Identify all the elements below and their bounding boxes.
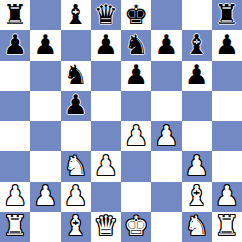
square-a2[interactable]: ♟ [0, 182, 30, 212]
square-a6[interactable] [0, 61, 30, 91]
square-f8[interactable] [151, 0, 181, 30]
piece-black-pawn: ♟ [3, 31, 27, 58]
square-h7[interactable]: ♟ [212, 30, 242, 60]
piece-white-pawn: ♟ [215, 182, 239, 209]
square-d7[interactable]: ♟ [91, 30, 121, 60]
piece-white-king: ♚ [124, 212, 148, 239]
square-h5[interactable] [212, 91, 242, 121]
square-f7[interactable]: ♟ [151, 30, 181, 60]
piece-white-rook: ♜ [3, 212, 27, 239]
square-f2[interactable] [151, 182, 181, 212]
piece-white-pawn: ♟ [185, 152, 209, 179]
piece-black-pawn: ♟ [64, 91, 88, 118]
square-c8[interactable]: ♝ [61, 0, 91, 30]
square-h2[interactable]: ♟ [212, 182, 242, 212]
square-c1[interactable]: ♝ [61, 212, 91, 242]
square-f1[interactable] [151, 212, 181, 242]
piece-black-bishop: ♝ [185, 31, 209, 58]
chess-board: ♜♝♛♚♜♟♟♟♞♟♝♟♞♟♟♟♟♟♞♟♟♟♟♟♝♟♜♝♛♚♞♜ [0, 0, 242, 242]
square-b4[interactable] [30, 121, 60, 151]
square-b3[interactable] [30, 151, 60, 181]
piece-black-queen: ♛ [94, 1, 118, 28]
square-a1[interactable]: ♜ [0, 212, 30, 242]
square-b1[interactable] [30, 212, 60, 242]
square-b6[interactable] [30, 61, 60, 91]
square-d2[interactable] [91, 182, 121, 212]
square-f3[interactable] [151, 151, 181, 181]
square-d3[interactable]: ♟ [91, 151, 121, 181]
square-g3[interactable]: ♟ [182, 151, 212, 181]
square-e3[interactable] [121, 151, 151, 181]
square-h1[interactable]: ♜ [212, 212, 242, 242]
piece-white-knight: ♞ [64, 152, 88, 179]
piece-white-pawn: ♟ [94, 152, 118, 179]
square-f5[interactable] [151, 91, 181, 121]
piece-white-pawn: ♟ [3, 182, 27, 209]
square-e5[interactable] [121, 91, 151, 121]
square-c5[interactable]: ♟ [61, 91, 91, 121]
square-c3[interactable]: ♞ [61, 151, 91, 181]
square-h3[interactable] [212, 151, 242, 181]
square-a3[interactable] [0, 151, 30, 181]
square-g2[interactable]: ♝ [182, 182, 212, 212]
piece-white-bishop: ♝ [185, 182, 209, 209]
piece-black-pawn: ♟ [154, 31, 178, 58]
piece-black-bishop: ♝ [64, 1, 88, 28]
piece-white-rook: ♜ [215, 212, 239, 239]
piece-white-pawn: ♟ [33, 182, 57, 209]
piece-black-rook: ♜ [3, 1, 27, 28]
piece-black-knight: ♞ [124, 31, 148, 58]
square-e7[interactable]: ♞ [121, 30, 151, 60]
square-a7[interactable]: ♟ [0, 30, 30, 60]
piece-black-pawn: ♟ [185, 61, 209, 88]
square-d6[interactable] [91, 61, 121, 91]
square-e4[interactable]: ♟ [121, 121, 151, 151]
piece-black-king: ♚ [124, 1, 148, 28]
square-g5[interactable] [182, 91, 212, 121]
square-c7[interactable] [61, 30, 91, 60]
piece-black-rook: ♜ [215, 1, 239, 28]
square-e6[interactable]: ♟ [121, 61, 151, 91]
square-h4[interactable] [212, 121, 242, 151]
square-e1[interactable]: ♚ [121, 212, 151, 242]
piece-black-pawn: ♟ [94, 31, 118, 58]
square-a8[interactable]: ♜ [0, 0, 30, 30]
square-b2[interactable]: ♟ [30, 182, 60, 212]
square-g4[interactable] [182, 121, 212, 151]
piece-black-pawn: ♟ [215, 31, 239, 58]
square-d5[interactable] [91, 91, 121, 121]
piece-white-knight: ♞ [185, 212, 209, 239]
square-a4[interactable] [0, 121, 30, 151]
piece-white-pawn: ♟ [64, 182, 88, 209]
square-d8[interactable]: ♛ [91, 0, 121, 30]
square-a5[interactable] [0, 91, 30, 121]
square-h6[interactable] [212, 61, 242, 91]
square-g8[interactable] [182, 0, 212, 30]
piece-white-pawn: ♟ [154, 122, 178, 149]
square-f4[interactable]: ♟ [151, 121, 181, 151]
square-d4[interactable] [91, 121, 121, 151]
square-c2[interactable]: ♟ [61, 182, 91, 212]
square-g7[interactable]: ♝ [182, 30, 212, 60]
piece-white-queen: ♛ [94, 212, 118, 239]
piece-black-knight: ♞ [64, 61, 88, 88]
piece-white-bishop: ♝ [64, 212, 88, 239]
square-e8[interactable]: ♚ [121, 0, 151, 30]
square-d1[interactable]: ♛ [91, 212, 121, 242]
square-e2[interactable] [121, 182, 151, 212]
square-g6[interactable]: ♟ [182, 61, 212, 91]
square-g1[interactable]: ♞ [182, 212, 212, 242]
piece-black-pawn: ♟ [33, 31, 57, 58]
square-b5[interactable] [30, 91, 60, 121]
square-b8[interactable] [30, 0, 60, 30]
piece-black-pawn: ♟ [124, 61, 148, 88]
square-b7[interactable]: ♟ [30, 30, 60, 60]
piece-white-pawn: ♟ [124, 122, 148, 149]
square-h8[interactable]: ♜ [212, 0, 242, 30]
square-c6[interactable]: ♞ [61, 61, 91, 91]
square-c4[interactable] [61, 121, 91, 151]
square-f6[interactable] [151, 61, 181, 91]
